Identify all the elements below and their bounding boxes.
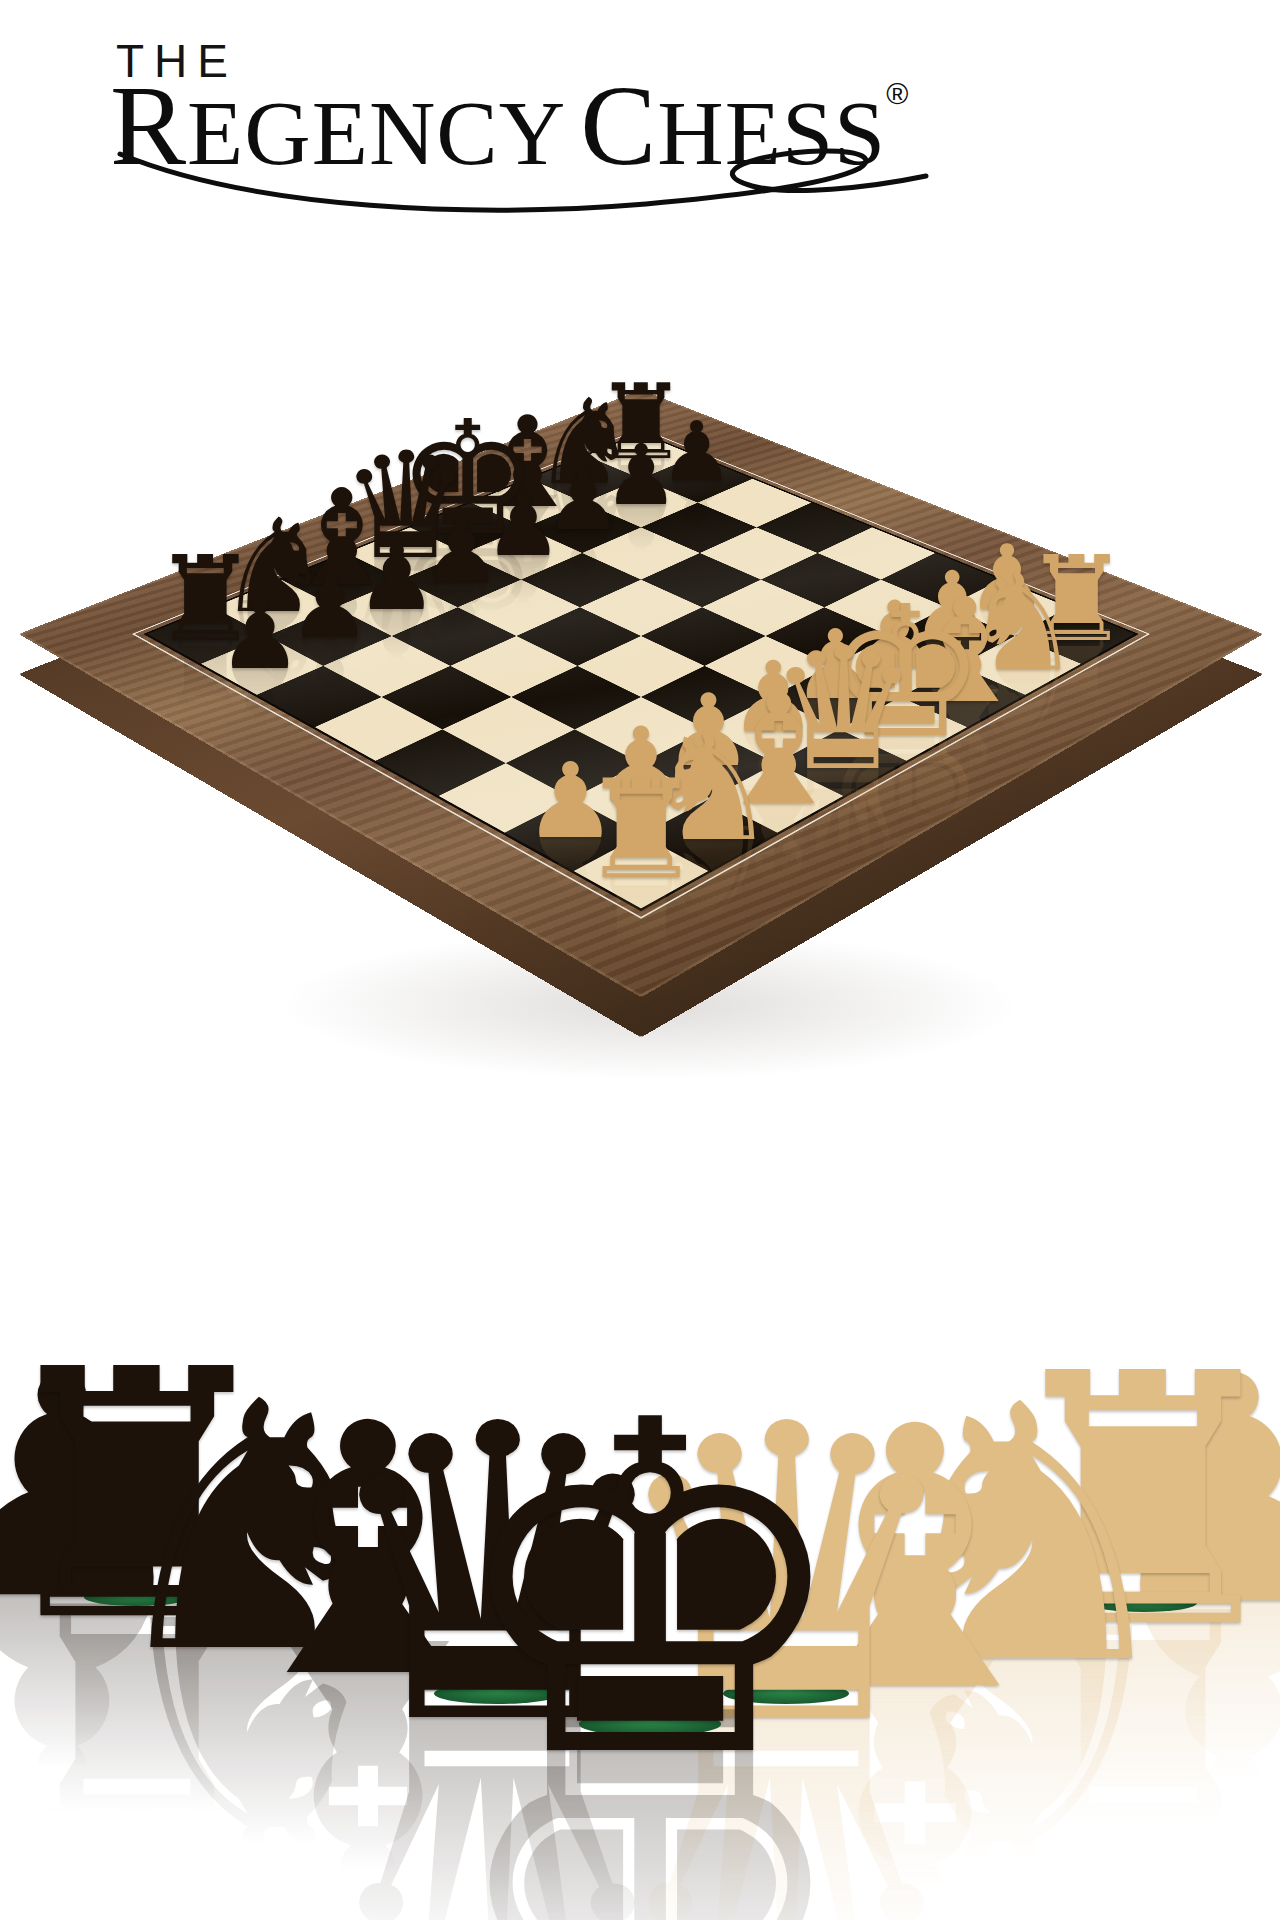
top-board-squares	[147, 433, 1134, 908]
white-rook-felt-base	[1089, 1594, 1196, 1612]
black-rook-lineup: ♜	[0, 1326, 308, 1669]
page: { "brand": { "line1": "THE", "word1": "R…	[0, 0, 1280, 1920]
black-queen-felt-base	[434, 1683, 560, 1704]
black-rook-felt-base	[84, 1588, 190, 1606]
white-pawn-felt-base	[1186, 1576, 1280, 1592]
white-bishop-felt-base	[859, 1655, 970, 1674]
black-knight-lineup-reflection: ♞	[77, 1563, 420, 1906]
top-board-photo: ♜♜♞♞♝♝♛♛♚♚♝♝♞♞♜♜♟♟♟♟♟♟♟♟♟♟♟♟♟♟♟♟♟♟♟♟♟♟♟♟…	[0, 0, 1280, 1120]
black-bishop-felt-base	[314, 1644, 421, 1662]
black-pawn-felt-base	[15, 1570, 110, 1586]
white-knight-felt-base	[976, 1630, 1085, 1648]
black-knight-felt-base	[195, 1620, 301, 1638]
black-king-lineup-reflection: ♚	[421, 1638, 879, 1920]
black-queen-lineup-reflection: ♛	[293, 1616, 701, 1920]
white-rook-lineup: ♜	[970, 1329, 1280, 1676]
black-king-lineup: ♚	[421, 1363, 879, 1821]
black-king-felt-base	[579, 1712, 721, 1736]
black-bishop-lineup: ♝	[195, 1379, 542, 1726]
white-knight-lineup-reflection: ♞	[854, 1571, 1208, 1920]
white-pawn-lineup-reflection: ♟	[1078, 1523, 1280, 1836]
bottom-board-photo: ♟♟♜♜♞♞♝♝♛♛♚♚♛♛♝♝♞♞♜♜♟♟	[0, 1000, 1280, 1920]
black-pawn-lineup-reflection: ♟	[0, 1519, 215, 1825]
top-board-playing-field	[143, 432, 1139, 911]
white-queen-felt-base	[723, 1683, 849, 1704]
top-chessboard	[19, 390, 1264, 998]
